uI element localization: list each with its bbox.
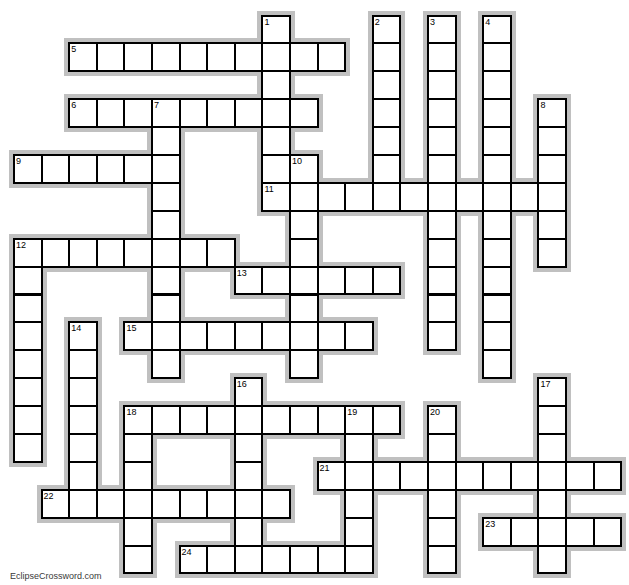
grid-cell-c9-r6[interactable]: 11 (261, 182, 291, 212)
grid-cell-c4-r3[interactable] (123, 98, 153, 128)
grid-cell-c4-r1[interactable] (123, 42, 153, 72)
grid-cell-c17-r8[interactable] (482, 238, 512, 268)
grid-cell-c4-r8[interactable] (123, 238, 153, 268)
grid-cell-c10-r10[interactable] (289, 294, 319, 324)
grid-cell-c13-r0[interactable]: 2 (372, 15, 402, 45)
grid-cell-c17-r9[interactable] (482, 266, 512, 296)
grid-cell-c19-r6[interactable] (537, 182, 567, 212)
grid-cell-c16-r6[interactable] (455, 182, 485, 212)
grid-cell-c4-r14[interactable]: 18 (123, 405, 153, 435)
grid-cell-c19-r4[interactable] (537, 126, 567, 156)
grid-cell-c0-r5[interactable]: 9 (13, 154, 43, 184)
grid-cell-c19-r16[interactable] (537, 461, 567, 491)
grid-cells: 123456789101112131415161718192021222324 (0, 0, 629, 585)
grid-cell-c4-r19[interactable] (123, 545, 153, 575)
grid-cell-c2-r11[interactable]: 14 (68, 321, 98, 351)
grid-cell-c12-r15[interactable] (344, 433, 374, 463)
grid-cell-c10-r19[interactable] (289, 545, 319, 575)
grid-cell-c10-r9[interactable] (289, 266, 319, 296)
grid-cell-c2-r13[interactable] (68, 377, 98, 407)
grid-cell-c5-r12[interactable] (151, 349, 181, 379)
grid-cell-c10-r14[interactable] (289, 405, 319, 435)
grid-cell-c15-r17[interactable] (427, 489, 457, 519)
grid-cell-c15-r1[interactable] (427, 42, 457, 72)
grid-cell-c12-r18[interactable] (344, 517, 374, 547)
clue-number-2: 2 (375, 17, 380, 27)
grid-cell-c19-r7[interactable] (537, 210, 567, 240)
grid-cell-c8-r16[interactable] (234, 461, 264, 491)
grid-cell-c15-r10[interactable] (427, 294, 457, 324)
grid-cell-c17-r10[interactable] (482, 294, 512, 324)
grid-cell-c5-r5[interactable] (151, 154, 181, 184)
clue-number-20: 20 (430, 407, 440, 417)
crossword-page: 123456789101112131415161718192021222324 … (0, 0, 629, 585)
grid-cell-c6-r8[interactable] (179, 238, 209, 268)
grid-cell-c2-r14[interactable] (68, 405, 98, 435)
grid-cell-c13-r3[interactable] (372, 98, 402, 128)
grid-cell-c17-r12[interactable] (482, 349, 512, 379)
grid-cell-c0-r11[interactable] (13, 321, 43, 351)
clue-number-9: 9 (16, 156, 21, 166)
grid-cell-c19-r5[interactable] (537, 154, 567, 184)
grid-cell-c6-r1[interactable] (179, 42, 209, 72)
grid-cell-c13-r6[interactable] (372, 182, 402, 212)
grid-cell-c8-r3[interactable] (234, 98, 264, 128)
grid-cell-c6-r11[interactable] (179, 321, 209, 351)
grid-cell-c17-r18[interactable]: 23 (482, 517, 512, 547)
grid-cell-c15-r0[interactable]: 3 (427, 15, 457, 45)
grid-cell-c0-r10[interactable] (13, 294, 43, 324)
grid-cell-c11-r14[interactable] (317, 405, 347, 435)
grid-cell-c19-r17[interactable] (537, 489, 567, 519)
grid-cell-c8-r18[interactable] (234, 517, 264, 547)
grid-cell-c9-r4[interactable] (261, 126, 291, 156)
grid-cell-c6-r19[interactable]: 24 (179, 545, 209, 575)
clue-number-18: 18 (126, 407, 136, 417)
clue-number-13: 13 (237, 268, 247, 278)
grid-cell-c12-r14[interactable]: 19 (344, 405, 374, 435)
grid-cell-c7-r11[interactable] (206, 321, 236, 351)
grid-cell-c2-r16[interactable] (68, 461, 98, 491)
grid-cell-c18-r18[interactable] (510, 517, 540, 547)
grid-cell-c5-r11[interactable] (151, 321, 181, 351)
grid-cell-c17-r4[interactable] (482, 126, 512, 156)
grid-cell-c13-r16[interactable] (372, 461, 402, 491)
grid-cell-c4-r11[interactable]: 15 (123, 321, 153, 351)
grid-cell-c3-r8[interactable] (96, 238, 126, 268)
grid-cell-c8-r11[interactable] (234, 321, 264, 351)
grid-cell-c15-r15[interactable] (427, 433, 457, 463)
grid-cell-c12-r17[interactable] (344, 489, 374, 519)
clue-number-12: 12 (16, 240, 26, 250)
grid-cell-c9-r14[interactable] (261, 405, 291, 435)
clue-number-24: 24 (182, 547, 192, 557)
grid-cell-c7-r1[interactable] (206, 42, 236, 72)
grid-cell-c10-r12[interactable] (289, 349, 319, 379)
grid-cell-c15-r5[interactable] (427, 154, 457, 184)
grid-cell-c16-r16[interactable] (455, 461, 485, 491)
grid-cell-c12-r6[interactable] (344, 182, 374, 212)
clue-number-1: 1 (264, 17, 269, 27)
grid-cell-c15-r6[interactable] (427, 182, 457, 212)
grid-cell-c11-r9[interactable] (317, 266, 347, 296)
grid-cell-c7-r17[interactable] (206, 489, 236, 519)
grid-cell-c9-r9[interactable] (261, 266, 291, 296)
grid-cell-c7-r3[interactable] (206, 98, 236, 128)
grid-cell-c15-r2[interactable] (427, 70, 457, 100)
grid-cell-c0-r15[interactable] (13, 433, 43, 463)
grid-cell-c11-r1[interactable] (317, 42, 347, 72)
grid-cell-c7-r14[interactable] (206, 405, 236, 435)
clue-number-23: 23 (485, 519, 495, 529)
grid-cell-c17-r16[interactable] (482, 461, 512, 491)
clue-number-19: 19 (347, 407, 357, 417)
grid-cell-c6-r3[interactable] (179, 98, 209, 128)
clue-number-15: 15 (126, 323, 136, 333)
grid-cell-c10-r3[interactable] (289, 98, 319, 128)
grid-cell-c5-r1[interactable] (151, 42, 181, 72)
grid-cell-c8-r9[interactable]: 13 (234, 266, 264, 296)
crossword-board: 123456789101112131415161718192021222324 (0, 0, 629, 585)
grid-cell-c13-r4[interactable] (372, 126, 402, 156)
grid-cell-c19-r19[interactable] (537, 545, 567, 575)
clue-number-21: 21 (320, 463, 330, 473)
grid-cell-c2-r12[interactable] (68, 349, 98, 379)
grid-cell-c5-r17[interactable] (151, 489, 181, 519)
grid-cell-c8-r1[interactable] (234, 42, 264, 72)
grid-cell-c0-r12[interactable] (13, 349, 43, 379)
clue-number-8: 8 (540, 100, 545, 110)
grid-cell-c2-r8[interactable] (68, 238, 98, 268)
grid-cell-c10-r1[interactable] (289, 42, 319, 72)
grid-cell-c15-r16[interactable] (427, 461, 457, 491)
grid-cell-c4-r16[interactable] (123, 461, 153, 491)
grid-cell-c1-r17[interactable]: 22 (41, 489, 71, 519)
grid-cell-c17-r1[interactable] (482, 42, 512, 72)
clue-number-4: 4 (485, 17, 490, 27)
clue-number-10: 10 (292, 156, 302, 166)
grid-cell-c20-r18[interactable] (565, 517, 595, 547)
grid-cell-c21-r16[interactable] (593, 461, 623, 491)
grid-cell-c8-r15[interactable] (234, 433, 264, 463)
grid-cell-c5-r9[interactable] (151, 266, 181, 296)
grid-cell-c10-r11[interactable] (289, 321, 319, 351)
grid-cell-c12-r11[interactable] (344, 321, 374, 351)
grid-cell-c14-r6[interactable] (399, 182, 429, 212)
grid-cell-c19-r14[interactable] (537, 405, 567, 435)
grid-cell-c8-r14[interactable] (234, 405, 264, 435)
grid-cell-c15-r9[interactable] (427, 266, 457, 296)
grid-cell-c15-r11[interactable] (427, 321, 457, 351)
grid-cell-c19-r3[interactable]: 8 (537, 98, 567, 128)
grid-cell-c15-r14[interactable]: 20 (427, 405, 457, 435)
grid-cell-c13-r14[interactable] (372, 405, 402, 435)
clue-number-14: 14 (71, 323, 81, 333)
grid-cell-c3-r5[interactable] (96, 154, 126, 184)
grid-cell-c5-r10[interactable] (151, 294, 181, 324)
grid-cell-c8-r17[interactable] (234, 489, 264, 519)
grid-cell-c10-r6[interactable] (289, 182, 319, 212)
grid-cell-c11-r16[interactable]: 21 (317, 461, 347, 491)
grid-cell-c18-r16[interactable] (510, 461, 540, 491)
grid-cell-c9-r5[interactable] (261, 154, 291, 184)
grid-cell-c5-r14[interactable] (151, 405, 181, 435)
grid-cell-c13-r1[interactable] (372, 42, 402, 72)
grid-cell-c11-r11[interactable] (317, 321, 347, 351)
grid-cell-c2-r5[interactable] (68, 154, 98, 184)
grid-cell-c13-r5[interactable] (372, 154, 402, 184)
grid-cell-c3-r1[interactable] (96, 42, 126, 72)
grid-cell-c4-r18[interactable] (123, 517, 153, 547)
grid-cell-c1-r5[interactable] (41, 154, 71, 184)
grid-cell-c17-r0[interactable]: 4 (482, 15, 512, 45)
grid-cell-c9-r3[interactable] (261, 98, 291, 128)
grid-cell-c9-r1[interactable] (261, 42, 291, 72)
grid-cell-c15-r18[interactable] (427, 517, 457, 547)
grid-cell-c0-r14[interactable] (13, 405, 43, 435)
grid-cell-c5-r8[interactable] (151, 238, 181, 268)
grid-cell-c15-r7[interactable] (427, 210, 457, 240)
grid-cell-c9-r0[interactable]: 1 (261, 15, 291, 45)
grid-cell-c12-r19[interactable] (344, 545, 374, 575)
grid-cell-c14-r16[interactable] (399, 461, 429, 491)
grid-cell-c0-r9[interactable] (13, 266, 43, 296)
grid-cell-c5-r4[interactable] (151, 126, 181, 156)
grid-cell-c9-r19[interactable] (261, 545, 291, 575)
grid-cell-c17-r11[interactable] (482, 321, 512, 351)
grid-cell-c6-r17[interactable] (179, 489, 209, 519)
grid-cell-c11-r6[interactable] (317, 182, 347, 212)
grid-cell-c15-r4[interactable] (427, 126, 457, 156)
grid-cell-c9-r2[interactable] (261, 70, 291, 100)
grid-cell-c9-r17[interactable] (261, 489, 291, 519)
grid-cell-c17-r5[interactable] (482, 154, 512, 184)
grid-cell-c17-r7[interactable] (482, 210, 512, 240)
grid-cell-c15-r3[interactable] (427, 98, 457, 128)
grid-cell-c15-r19[interactable] (427, 545, 457, 575)
grid-cell-c19-r13[interactable]: 17 (537, 377, 567, 407)
grid-cell-c10-r8[interactable] (289, 238, 319, 268)
clue-number-11: 11 (264, 184, 273, 194)
clue-number-6: 6 (71, 100, 76, 110)
clue-number-16: 16 (237, 379, 247, 389)
grid-cell-c3-r3[interactable] (96, 98, 126, 128)
grid-cell-c4-r5[interactable] (123, 154, 153, 184)
grid-cell-c4-r15[interactable] (123, 433, 153, 463)
grid-cell-c2-r17[interactable] (68, 489, 98, 519)
grid-cell-c7-r19[interactable] (206, 545, 236, 575)
grid-cell-c9-r11[interactable] (261, 321, 291, 351)
grid-cell-c3-r17[interactable] (96, 489, 126, 519)
grid-cell-c0-r8[interactable]: 12 (13, 238, 43, 268)
grid-cell-c10-r5[interactable]: 10 (289, 154, 319, 184)
credit-text: EclipseCrossword.com (10, 571, 102, 582)
grid-cell-c20-r16[interactable] (565, 461, 595, 491)
grid-cell-c18-r6[interactable] (510, 182, 540, 212)
grid-cell-c5-r7[interactable] (151, 210, 181, 240)
grid-cell-c2-r1[interactable]: 5 (68, 42, 98, 72)
grid-cell-c4-r17[interactable] (123, 489, 153, 519)
grid-cell-c1-r8[interactable] (41, 238, 71, 268)
grid-cell-c19-r18[interactable] (537, 517, 567, 547)
grid-cell-c8-r19[interactable] (234, 545, 264, 575)
grid-cell-c5-r6[interactable] (151, 182, 181, 212)
grid-cell-c12-r9[interactable] (344, 266, 374, 296)
grid-cell-c0-r13[interactable] (13, 377, 43, 407)
clue-number-17: 17 (540, 379, 550, 389)
grid-cell-c17-r3[interactable] (482, 98, 512, 128)
grid-cell-c15-r8[interactable] (427, 238, 457, 268)
grid-cell-c5-r3[interactable]: 7 (151, 98, 181, 128)
grid-cell-c21-r18[interactable] (593, 517, 623, 547)
grid-cell-c13-r2[interactable] (372, 70, 402, 100)
grid-cell-c17-r6[interactable] (482, 182, 512, 212)
grid-cell-c8-r13[interactable]: 16 (234, 377, 264, 407)
grid-cell-c6-r14[interactable] (179, 405, 209, 435)
clue-number-3: 3 (430, 17, 435, 27)
grid-cell-c13-r9[interactable] (372, 266, 402, 296)
grid-cell-c11-r19[interactable] (317, 545, 347, 575)
clue-number-22: 22 (44, 491, 54, 501)
grid-cell-c2-r15[interactable] (68, 433, 98, 463)
grid-cell-c19-r8[interactable] (537, 238, 567, 268)
grid-cell-c17-r2[interactable] (482, 70, 512, 100)
grid-cell-c2-r3[interactable]: 6 (68, 98, 98, 128)
grid-cell-c7-r8[interactable] (206, 238, 236, 268)
clue-number-7: 7 (154, 100, 159, 110)
grid-cell-c19-r15[interactable] (537, 433, 567, 463)
clue-number-5: 5 (71, 44, 76, 54)
grid-cell-c12-r16[interactable] (344, 461, 374, 491)
grid-cell-c10-r7[interactable] (289, 210, 319, 240)
